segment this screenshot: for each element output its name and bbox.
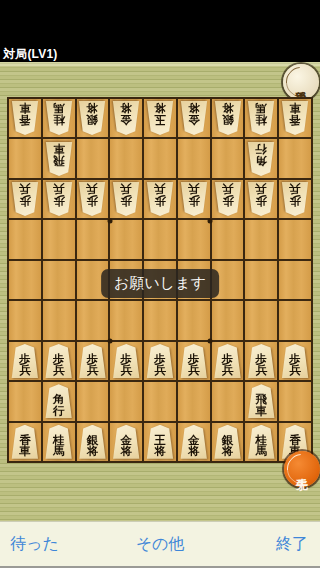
piece-face: 歩兵 <box>112 182 140 216</box>
gote-piece: 銀将 <box>78 101 106 135</box>
board-cell[interactable] <box>77 139 109 177</box>
board-cell[interactable]: 歩兵 <box>212 180 244 218</box>
board-cell[interactable]: 歩兵 <box>144 342 176 380</box>
board-cell[interactable]: 飛車 <box>245 382 277 420</box>
sente-piece: 歩兵 <box>180 344 208 378</box>
board-cell[interactable]: 金将 <box>178 423 210 461</box>
gote-piece: 角行 <box>247 142 275 176</box>
board-cell[interactable]: 香車 <box>9 99 41 137</box>
piece-face: 桂馬 <box>45 101 73 135</box>
star-point <box>108 339 113 344</box>
board-cell[interactable]: 歩兵 <box>43 180 75 218</box>
board-cell[interactable]: 歩兵 <box>9 180 41 218</box>
board-cell[interactable]: 香車 <box>9 423 41 461</box>
board-cell[interactable]: 歩兵 <box>77 180 109 218</box>
gote-player-badge: 後手 <box>283 64 319 100</box>
board-cell[interactable] <box>9 220 41 258</box>
sente-piece: 銀将 <box>214 425 242 459</box>
gote-piece: 歩兵 <box>146 182 174 216</box>
piece-face: 歩兵 <box>11 344 39 378</box>
board-cell[interactable] <box>212 382 244 420</box>
sente-piece: 歩兵 <box>281 344 309 378</box>
board-cell[interactable] <box>43 261 75 299</box>
piece-face: 玉将 <box>146 101 174 135</box>
star-point <box>208 339 213 344</box>
board-cell[interactable]: 銀将 <box>212 99 244 137</box>
sente-piece: 香車 <box>11 425 39 459</box>
board-cell[interactable] <box>9 382 41 420</box>
sente-player-badge: 先手 <box>284 451 320 487</box>
sente-piece: 歩兵 <box>214 344 242 378</box>
tatami-highlight <box>0 62 320 66</box>
piece-face: 桂馬 <box>247 425 275 459</box>
piece-face: 歩兵 <box>45 344 73 378</box>
board-cell[interactable] <box>77 301 109 339</box>
piece-face: 銀将 <box>214 425 242 459</box>
board-cell[interactable]: 桂馬 <box>245 99 277 137</box>
sente-piece: 歩兵 <box>45 344 73 378</box>
piece-face: 歩兵 <box>146 344 174 378</box>
board-cell[interactable]: 角行 <box>43 382 75 420</box>
board-cell[interactable] <box>279 220 311 258</box>
board-cell[interactable]: 香車 <box>279 99 311 137</box>
board-cell[interactable]: 銀将 <box>77 423 109 461</box>
piece-face: 銀将 <box>214 101 242 135</box>
board-cell[interactable] <box>144 139 176 177</box>
piece-face: 銀将 <box>78 101 106 135</box>
board-cell[interactable] <box>77 220 109 258</box>
board-cell[interactable]: 金将 <box>178 99 210 137</box>
piece-face: 桂馬 <box>247 101 275 135</box>
board-cell[interactable]: 歩兵 <box>245 180 277 218</box>
top-status-bar: 対局(LV1) <box>0 0 320 62</box>
piece-face: 歩兵 <box>112 344 140 378</box>
shogi-app-screen: 対局(LV1) 後手 香車桂馬銀将金将玉将金将銀将桂馬香車飛車角行歩兵歩兵歩兵歩… <box>0 0 320 568</box>
piece-face: 香車 <box>281 101 309 135</box>
board-cell[interactable] <box>279 301 311 339</box>
board-cell[interactable]: 桂馬 <box>245 423 277 461</box>
board-cell[interactable]: 玉将 <box>144 99 176 137</box>
piece-face: 歩兵 <box>78 344 106 378</box>
board-cell[interactable] <box>144 301 176 339</box>
gote-piece: 歩兵 <box>247 182 275 216</box>
board-cell[interactable] <box>110 220 142 258</box>
board-cell[interactable]: 歩兵 <box>77 342 109 380</box>
board-cell[interactable]: 歩兵 <box>279 342 311 380</box>
board-cell[interactable]: 歩兵 <box>110 180 142 218</box>
piece-face: 金将 <box>180 101 208 135</box>
gote-piece: 歩兵 <box>45 182 73 216</box>
board-cell[interactable] <box>245 261 277 299</box>
undo-move-button[interactable]: 待った <box>10 534 59 555</box>
sente-piece: 金将 <box>180 425 208 459</box>
piece-face: 歩兵 <box>281 182 309 216</box>
piece-face: 金将 <box>180 425 208 459</box>
board-cell[interactable] <box>43 220 75 258</box>
board-cell[interactable] <box>279 261 311 299</box>
sente-piece: 歩兵 <box>11 344 39 378</box>
board-cell[interactable]: 歩兵 <box>178 342 210 380</box>
board-cell[interactable] <box>144 220 176 258</box>
board-cell[interactable] <box>279 382 311 420</box>
board-cell[interactable]: 金将 <box>110 423 142 461</box>
board-cell[interactable] <box>77 382 109 420</box>
game-mode-title: 対局(LV1) <box>3 46 58 63</box>
gote-piece: 歩兵 <box>214 182 242 216</box>
board-cell[interactable] <box>279 139 311 177</box>
gote-piece: 桂馬 <box>247 101 275 135</box>
board-cell[interactable] <box>9 261 41 299</box>
piece-face: 金将 <box>112 101 140 135</box>
board-cell[interactable]: 桂馬 <box>43 423 75 461</box>
board-cell[interactable]: 歩兵 <box>212 342 244 380</box>
piece-face: 歩兵 <box>78 182 106 216</box>
piece-face: 歩兵 <box>281 344 309 378</box>
gote-piece: 銀将 <box>214 101 242 135</box>
piece-face: 歩兵 <box>247 344 275 378</box>
sente-piece: 王将 <box>146 425 174 459</box>
piece-face: 歩兵 <box>214 182 242 216</box>
board-cell[interactable]: 角行 <box>245 139 277 177</box>
piece-face: 歩兵 <box>247 182 275 216</box>
piece-face: 歩兵 <box>180 344 208 378</box>
board-cell[interactable]: 歩兵 <box>279 180 311 218</box>
sente-piece: 歩兵 <box>78 344 106 378</box>
piece-face: 歩兵 <box>214 344 242 378</box>
piece-face: 桂馬 <box>45 425 73 459</box>
piece-face: 王将 <box>146 425 174 459</box>
board-cell[interactable] <box>110 301 142 339</box>
board-cell[interactable] <box>110 382 142 420</box>
board-cell[interactable] <box>212 301 244 339</box>
board-cell[interactable] <box>245 301 277 339</box>
board-cell[interactable]: 歩兵 <box>144 180 176 218</box>
board-cell[interactable] <box>43 301 75 339</box>
sente-piece: 角行 <box>45 384 73 418</box>
piece-face: 歩兵 <box>45 182 73 216</box>
piece-face: 金将 <box>112 425 140 459</box>
sente-piece: 銀将 <box>78 425 106 459</box>
board-cell[interactable]: 銀将 <box>77 99 109 137</box>
sente-piece: 桂馬 <box>247 425 275 459</box>
board-cell[interactable]: 歩兵 <box>245 342 277 380</box>
board-cell[interactable] <box>9 139 41 177</box>
sente-piece: 歩兵 <box>112 344 140 378</box>
piece-face: 歩兵 <box>11 182 39 216</box>
sente-piece: 桂馬 <box>45 425 73 459</box>
gote-piece: 歩兵 <box>281 182 309 216</box>
piece-face: 歩兵 <box>146 182 174 216</box>
gote-piece: 金将 <box>112 101 140 135</box>
gote-piece: 香車 <box>11 101 39 135</box>
board-cell[interactable] <box>178 139 210 177</box>
piece-face: 香車 <box>11 101 39 135</box>
board-cell[interactable]: 歩兵 <box>178 180 210 218</box>
star-point <box>208 219 213 224</box>
board-cell[interactable]: 歩兵 <box>9 342 41 380</box>
board-cell[interactable] <box>144 382 176 420</box>
board-cell[interactable]: 歩兵 <box>110 342 142 380</box>
gote-piece: 桂馬 <box>45 101 73 135</box>
piece-face: 歩兵 <box>180 182 208 216</box>
gote-piece: 歩兵 <box>112 182 140 216</box>
piece-face: 角行 <box>45 384 73 418</box>
board-cell[interactable] <box>178 220 210 258</box>
board-cell[interactable] <box>9 301 41 339</box>
piece-face: 飛車 <box>247 384 275 418</box>
star-point <box>108 219 113 224</box>
other-menu-button[interactable]: その他 <box>136 534 185 555</box>
board-cell[interactable] <box>212 220 244 258</box>
gote-piece: 金将 <box>180 101 208 135</box>
board-cell[interactable]: 銀将 <box>212 423 244 461</box>
board-cell[interactable] <box>110 139 142 177</box>
board-cell[interactable]: 桂馬 <box>43 99 75 137</box>
sente-piece: 歩兵 <box>146 344 174 378</box>
greeting-speech-bubble: お願いします <box>101 269 219 298</box>
board-cell[interactable] <box>178 301 210 339</box>
board-cell[interactable] <box>245 220 277 258</box>
piece-face: 飛車 <box>45 142 73 176</box>
board-cell[interactable] <box>212 139 244 177</box>
gote-piece: 香車 <box>281 101 309 135</box>
sente-piece: 金将 <box>112 425 140 459</box>
gote-piece: 飛車 <box>45 142 73 176</box>
gote-piece: 玉将 <box>146 101 174 135</box>
board-cell[interactable]: 金将 <box>110 99 142 137</box>
board-cell[interactable]: 歩兵 <box>43 342 75 380</box>
board-cell[interactable]: 飛車 <box>43 139 75 177</box>
gote-piece: 歩兵 <box>180 182 208 216</box>
piece-face: 角行 <box>247 142 275 176</box>
board-cell[interactable]: 王将 <box>144 423 176 461</box>
bottom-toolbar: 待った その他 終了 <box>0 521 320 566</box>
piece-face: 銀将 <box>78 425 106 459</box>
quit-game-button[interactable]: 終了 <box>276 534 308 555</box>
board-cell[interactable] <box>178 382 210 420</box>
gote-piece: 歩兵 <box>78 182 106 216</box>
sente-piece: 歩兵 <box>247 344 275 378</box>
sente-piece: 飛車 <box>247 384 275 418</box>
gote-piece: 歩兵 <box>11 182 39 216</box>
piece-face: 香車 <box>11 425 39 459</box>
